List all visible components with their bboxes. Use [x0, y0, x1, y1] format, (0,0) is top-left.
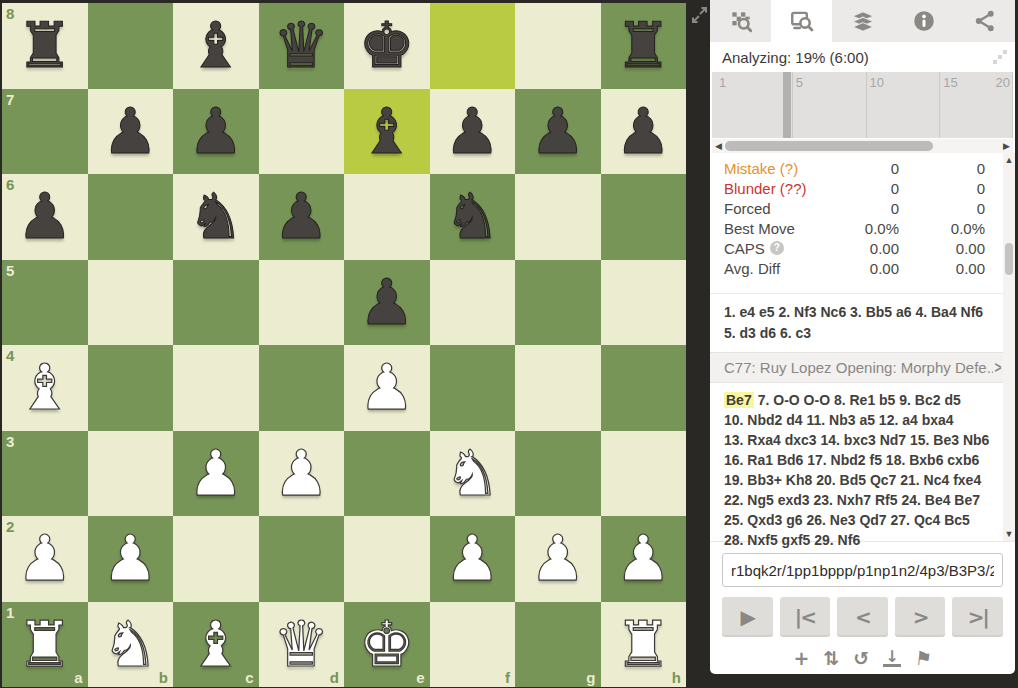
stat-value-black: 0: [899, 160, 985, 177]
tab-analysis[interactable]: [771, 0, 832, 42]
resize-grip-icon[interactable]: [993, 50, 1007, 64]
square-f4[interactable]: [430, 345, 516, 431]
scroll-down-icon[interactable]: ▼: [1003, 529, 1015, 539]
square-f5[interactable]: [430, 260, 516, 346]
move-line[interactable]: 5. d3 d6 6. c3: [724, 323, 1011, 344]
square-d1[interactable]: d♛: [259, 602, 345, 688]
square-c7[interactable]: ♟: [173, 89, 259, 175]
square-a2[interactable]: 2♟: [2, 516, 88, 602]
table-row: Forced 0 0: [724, 198, 985, 218]
square-h6[interactable]: [601, 174, 687, 260]
first-move-button[interactable]: |<: [780, 597, 831, 637]
square-c4[interactable]: [173, 345, 259, 431]
square-f6[interactable]: ♞: [430, 174, 516, 260]
square-h7[interactable]: ♟: [601, 89, 687, 175]
current-move-highlight[interactable]: Be7: [724, 392, 754, 408]
stat-value-white: 0.00: [813, 260, 899, 277]
stat-value-black: 0.00: [899, 240, 985, 257]
table-row: Blunder (??) 0 0: [724, 178, 985, 198]
square-d5[interactable]: [259, 260, 345, 346]
table-row: Best Move 0.0% 0.0%: [724, 218, 985, 238]
flip-board-icon[interactable]: ⇅: [823, 648, 839, 668]
square-g4[interactable]: [515, 345, 601, 431]
square-c2[interactable]: [173, 516, 259, 602]
flag-icon[interactable]: ⚑: [914, 648, 933, 668]
last-move-button[interactable]: >|: [952, 597, 1003, 637]
square-a1[interactable]: 1a♜: [2, 602, 88, 688]
move-text[interactable]: 7. O-O O-O 8. Re1 b5 9. Bc2 d5: [758, 392, 961, 408]
square-h3[interactable]: [601, 431, 687, 517]
piece-white-knight[interactable]: ♞: [430, 431, 516, 517]
square-e7[interactable]: ♝: [344, 89, 430, 175]
square-e2[interactable]: [344, 516, 430, 602]
tab-openings[interactable]: [832, 0, 893, 42]
square-a3[interactable]: 3: [2, 431, 88, 517]
current-move-marker: [783, 72, 791, 138]
tab-share[interactable]: [954, 0, 1015, 42]
reset-icon[interactable]: ↺: [853, 648, 869, 668]
square-b3[interactable]: [88, 431, 174, 517]
next-move-button[interactable]: >: [895, 597, 946, 637]
stat-value-white: 0: [813, 180, 899, 197]
square-g8[interactable]: [515, 3, 601, 89]
square-d7[interactable]: [259, 89, 345, 175]
file-label-g: g: [586, 670, 595, 685]
table-row: CAPS ? 0.00 0.00: [724, 238, 985, 258]
square-a5[interactable]: 5: [2, 260, 88, 346]
square-e6[interactable]: [344, 174, 430, 260]
square-d8[interactable]: ♛: [259, 3, 345, 89]
square-f8[interactable]: [430, 3, 516, 89]
move-line[interactable]: 19. Bb3+ Kh8 20. Bd5 Qc7 21. Nc4 fxe4: [724, 470, 1011, 490]
square-a6[interactable]: 6♟: [2, 174, 88, 260]
square-e4[interactable]: ♟: [344, 345, 430, 431]
stat-value-white: 0: [813, 200, 899, 217]
square-d6[interactable]: ♟: [259, 174, 345, 260]
square-g3[interactable]: [515, 431, 601, 517]
square-f3[interactable]: ♞: [430, 431, 516, 517]
analysis-icon: [789, 8, 815, 34]
piece-black-pawn[interactable]: ♟: [344, 260, 430, 346]
piece-black-knight[interactable]: ♞: [173, 174, 259, 260]
piece-white-pawn[interactable]: ♟: [344, 345, 430, 431]
piece-black-pawn[interactable]: ♟: [430, 89, 516, 175]
square-g6[interactable]: [515, 174, 601, 260]
square-h8[interactable]: ♜: [601, 3, 687, 89]
piece-black-bishop[interactable]: ♝: [344, 89, 430, 175]
scroll-left-icon[interactable]: ◀: [715, 139, 722, 153]
piece-white-pawn[interactable]: ♟: [601, 516, 687, 602]
bottom-controls: ▶ |< < > >| + ⇅ ↺ ↓ ⚑: [710, 541, 1015, 670]
graph-scrollbar[interactable]: ◀ ▶: [712, 139, 1013, 153]
eval-graph[interactable]: 1 5 10 15 20: [712, 72, 1013, 138]
stat-value-black: 0: [899, 200, 985, 217]
square-f2[interactable]: ♟: [430, 516, 516, 602]
analyzing-status: Analyzing: 19% (6:00): [722, 49, 869, 66]
stat-label: Mistake (?): [724, 160, 813, 177]
square-e1[interactable]: e♚: [344, 602, 430, 688]
piece-black-queen[interactable]: ♛: [259, 3, 345, 89]
square-h4[interactable]: [601, 345, 687, 431]
piece-black-rook[interactable]: ♜: [2, 3, 88, 89]
add-move-icon[interactable]: +: [793, 648, 809, 668]
analysis-panel: Analyzing: 19% (6:00) 1 5 10 15 20 ◀ ▶ M…: [710, 0, 1015, 674]
move-line[interactable]: 16. Ra1 Bd6 17. Nbd2 f5 18. Bxb6 cxb6: [724, 450, 1011, 470]
square-b8[interactable]: [88, 3, 174, 89]
piece-black-pawn[interactable]: ♟: [88, 89, 174, 175]
move-line[interactable]: 28. Nxf5 gxf5 29. Nf6: [724, 530, 1011, 550]
panel-scrollbar[interactable]: ▲ ▼: [1003, 153, 1015, 541]
stat-label: Best Move: [724, 220, 813, 237]
stat-label: Blunder (??): [724, 180, 813, 197]
expand-board-icon[interactable]: [691, 6, 708, 25]
scrollbar-thumb[interactable]: [725, 141, 933, 151]
piece-white-pawn[interactable]: ♟: [88, 516, 174, 602]
stat-label: CAPS ?: [724, 240, 813, 257]
square-c6[interactable]: ♞: [173, 174, 259, 260]
info-icon: [911, 8, 937, 34]
square-b6[interactable]: [88, 174, 174, 260]
square-b4[interactable]: [88, 345, 174, 431]
square-e5[interactable]: ♟: [344, 260, 430, 346]
square-h5[interactable]: [601, 260, 687, 346]
square-g1[interactable]: g: [515, 602, 601, 688]
square-e8[interactable]: ♚: [344, 3, 430, 89]
square-a7[interactable]: 7: [2, 89, 88, 175]
rank-label-7: 7: [6, 92, 14, 107]
opening-name: C77: Ruy Lopez Opening: Morphy Defe...: [724, 359, 993, 376]
square-f7[interactable]: ♟: [430, 89, 516, 175]
stat-value-black: 0.00: [899, 260, 985, 277]
move-nav-buttons: ▶ |< < > >|: [722, 597, 1003, 637]
graph-tick: 5: [796, 75, 803, 90]
accuracy-stats-table: Mistake (?) 0 0 Blunder (??) 0 0 Forced …: [710, 153, 1015, 282]
square-d2[interactable]: [259, 516, 345, 602]
gridline: [939, 72, 940, 138]
piece-white-rook[interactable]: ♜: [601, 602, 687, 688]
square-c3[interactable]: ♟: [173, 431, 259, 517]
move-line[interactable]: 25. Qxd3 g6 26. Ne3 Qd7 27. Qc4 Bc5: [724, 510, 1011, 530]
stat-value-black: 0.0%: [899, 220, 985, 237]
play-button[interactable]: ▶: [722, 597, 773, 637]
rank-label-5: 5: [6, 263, 14, 278]
square-h2[interactable]: ♟: [601, 516, 687, 602]
openings-book-icon: [850, 8, 876, 34]
scroll-up-icon[interactable]: ▲: [1003, 155, 1015, 165]
graph-tick: 1: [719, 75, 726, 90]
chevron-right-icon: >: [995, 358, 1002, 378]
square-c1[interactable]: c♝: [173, 602, 259, 688]
square-a8[interactable]: 8♜: [2, 3, 88, 89]
piece-black-pawn[interactable]: ♟: [2, 174, 88, 260]
piece-black-pawn[interactable]: ♟: [259, 174, 345, 260]
board-gap: [686, 0, 710, 688]
caps-help-icon[interactable]: ?: [770, 241, 784, 255]
square-b7[interactable]: ♟: [88, 89, 174, 175]
piece-white-pawn[interactable]: ♟: [515, 516, 601, 602]
piece-black-bishop[interactable]: ♝: [173, 3, 259, 89]
piece-white-queen[interactable]: ♛: [259, 602, 345, 688]
tab-bar: [710, 0, 1015, 42]
gridline: [1012, 72, 1013, 138]
square-g7[interactable]: ♟: [515, 89, 601, 175]
graph-tick: 10: [870, 75, 884, 90]
file-label-f: f: [505, 670, 510, 685]
chess-board: 8♜♝♛♚♜7♟♟♝♟♟♟6♟♞♟♞5♟4♝♟3♟♟♞2♟♟♟♟♟1a♜b♞c♝…: [2, 3, 686, 687]
graph-tick: 20: [996, 75, 1010, 90]
piece-white-king[interactable]: ♚: [344, 602, 430, 688]
piece-white-rook[interactable]: ♜: [2, 602, 88, 688]
stat-value-black: 0: [899, 180, 985, 197]
fen-input[interactable]: [722, 553, 1003, 587]
square-d3[interactable]: ♟: [259, 431, 345, 517]
rank-label-3: 3: [6, 434, 14, 449]
stat-label: Avg. Diff: [724, 260, 813, 277]
tab-game-report[interactable]: [710, 0, 771, 42]
scrollbar-thumb[interactable]: [1005, 243, 1013, 275]
mainline-moves[interactable]: 1. e4 e5 2. Nf3 Nc6 3. Bb5 a6 4. Ba4 Nf6…: [710, 293, 1015, 352]
gridline: [866, 72, 867, 138]
piece-white-bishop[interactable]: ♝: [2, 345, 88, 431]
piece-black-knight[interactable]: ♞: [430, 174, 516, 260]
game-report-icon: [728, 8, 754, 34]
piece-white-bishop[interactable]: ♝: [173, 602, 259, 688]
piece-black-king[interactable]: ♚: [344, 3, 430, 89]
download-icon[interactable]: ↓: [883, 650, 900, 667]
stat-value-white: 0: [813, 160, 899, 177]
stat-value-white: 0.0%: [813, 220, 899, 237]
move-line[interactable]: 1. e4 e5 2. Nf3 Nc6 3. Bb5 a6 4. Ba4 Nf6: [724, 302, 1011, 323]
move-line[interactable]: 22. Ng5 exd3 23. Nxh7 Rf5 24. Be4 Be7: [724, 490, 1011, 510]
move-line[interactable]: 13. Rxa4 dxc3 14. bxc3 Nd7 15. Be3 Nb6: [724, 430, 1011, 450]
gridline: [792, 72, 793, 138]
piece-black-pawn[interactable]: ♟: [601, 89, 687, 175]
move-line[interactable]: 10. Nbd2 d4 11. Nb3 a5 12. a4 bxa4: [724, 410, 1011, 430]
continuation-moves[interactable]: Be77. O-O O-O 8. Re1 b5 9. Bc2 d5 10. Nb…: [710, 383, 1015, 550]
stat-value-white: 0.00: [813, 240, 899, 257]
square-a4[interactable]: 4♝: [2, 345, 88, 431]
opening-name-bar[interactable]: C77: Ruy Lopez Opening: Morphy Defe... >: [710, 352, 1015, 383]
piece-black-rook[interactable]: ♜: [601, 3, 687, 89]
share-icon: [972, 8, 998, 34]
graph-tick: 15: [943, 75, 957, 90]
square-e3[interactable]: [344, 431, 430, 517]
square-c5[interactable]: [173, 260, 259, 346]
piece-black-pawn[interactable]: ♟: [173, 89, 259, 175]
square-d4[interactable]: [259, 345, 345, 431]
tab-info[interactable]: [893, 0, 954, 42]
square-c8[interactable]: ♝: [173, 3, 259, 89]
square-f1[interactable]: f: [430, 602, 516, 688]
table-row: Mistake (?) 0 0: [724, 158, 985, 178]
previous-move-button[interactable]: <: [837, 597, 888, 637]
square-g2[interactable]: ♟: [515, 516, 601, 602]
stat-label-text: CAPS: [724, 240, 765, 257]
stat-label: Forced: [724, 200, 813, 217]
square-h1[interactable]: h♜: [601, 602, 687, 688]
scroll-right-icon[interactable]: ▶: [1003, 139, 1010, 153]
piece-white-pawn[interactable]: ♟: [173, 431, 259, 517]
piece-white-pawn[interactable]: ♟: [259, 431, 345, 517]
piece-black-pawn[interactable]: ♟: [515, 89, 601, 175]
piece-white-pawn[interactable]: ♟: [430, 516, 516, 602]
square-b2[interactable]: ♟: [88, 516, 174, 602]
square-b1[interactable]: b♞: [88, 602, 174, 688]
piece-white-knight[interactable]: ♞: [88, 602, 174, 688]
tool-icons: + ⇅ ↺ ↓ ⚑: [710, 646, 1015, 670]
move-line[interactable]: Be77. O-O O-O 8. Re1 b5 9. Bc2 d5: [724, 390, 1011, 410]
table-row: Avg. Diff 0.00 0.00: [724, 258, 985, 278]
piece-white-pawn[interactable]: ♟: [2, 516, 88, 602]
square-g5[interactable]: [515, 260, 601, 346]
square-b5[interactable]: [88, 260, 174, 346]
